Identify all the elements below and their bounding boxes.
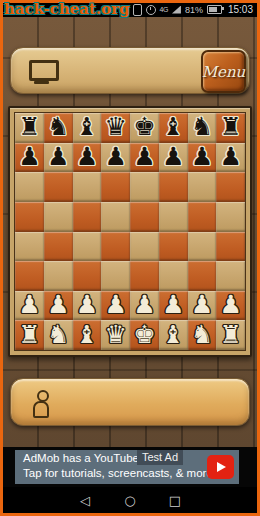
- square-h6[interactable]: [216, 172, 245, 202]
- vibrate-icon: [133, 4, 142, 16]
- piece-white-bishop: ♝: [76, 322, 98, 347]
- square-a5[interactable]: [15, 202, 44, 232]
- square-e2[interactable]: ♟: [130, 291, 159, 321]
- piece-white-pawn: ♟: [191, 292, 213, 317]
- square-e3[interactable]: [130, 261, 159, 291]
- square-f6[interactable]: [159, 172, 188, 202]
- square-d7[interactable]: ♟: [101, 143, 130, 173]
- piece-white-pawn: ♟: [162, 292, 184, 317]
- square-b2[interactable]: ♟: [44, 291, 73, 321]
- square-f3[interactable]: [159, 261, 188, 291]
- piece-white-queen: ♛: [104, 322, 126, 347]
- menu-button[interactable]: Menu: [201, 50, 246, 93]
- square-c8[interactable]: ♝: [73, 113, 102, 143]
- test-ad-badge: Test Ad: [137, 450, 183, 465]
- square-c7[interactable]: ♟: [73, 143, 102, 173]
- square-b4[interactable]: [44, 232, 73, 262]
- square-h5[interactable]: [216, 202, 245, 232]
- square-f1[interactable]: ♝: [159, 320, 188, 350]
- square-c4[interactable]: [73, 232, 102, 262]
- piece-black-pawn: ♟: [133, 144, 155, 169]
- piece-white-rook: ♜: [18, 322, 40, 347]
- square-d3[interactable]: [101, 261, 130, 291]
- square-b7[interactable]: ♟: [44, 143, 73, 173]
- ad-text-line2: Tap for tutorials, screencasts, & more.: [23, 467, 216, 479]
- menu-button-label: Menu: [202, 63, 246, 81]
- piece-white-pawn: ♟: [104, 292, 126, 317]
- piece-white-knight: ♞: [191, 322, 213, 347]
- square-e7[interactable]: ♟: [130, 143, 159, 173]
- signal-strength-icon: [172, 6, 181, 14]
- piece-black-pawn: ♟: [219, 144, 241, 169]
- piece-white-knight: ♞: [47, 322, 69, 347]
- battery-percent-label: 81%: [185, 5, 203, 15]
- piece-black-pawn: ♟: [191, 144, 213, 169]
- square-h3[interactable]: [216, 261, 245, 291]
- square-b6[interactable]: [44, 172, 73, 202]
- piece-white-pawn: ♟: [76, 292, 98, 317]
- piece-black-pawn: ♟: [47, 144, 69, 169]
- square-a2[interactable]: ♟: [15, 291, 44, 321]
- square-a8[interactable]: ♜: [15, 113, 44, 143]
- chess-board: ♜♞♝♛♚♝♞♜♟♟♟♟♟♟♟♟♟♟♟♟♟♟♟♟♜♞♝♛♚♝♞♜: [8, 106, 252, 357]
- square-d8[interactable]: ♛: [101, 113, 130, 143]
- square-f5[interactable]: [159, 202, 188, 232]
- square-g8[interactable]: ♞: [188, 113, 217, 143]
- piece-white-pawn: ♟: [219, 292, 241, 317]
- piece-black-king: ♚: [133, 114, 155, 139]
- piece-white-bishop: ♝: [162, 322, 184, 347]
- chess-board-grid: ♜♞♝♛♚♝♞♜♟♟♟♟♟♟♟♟♟♟♟♟♟♟♟♟♜♞♝♛♚♝♞♜: [14, 112, 246, 351]
- computer-icon: [29, 60, 55, 84]
- piece-black-bishop: ♝: [76, 114, 98, 139]
- square-g1[interactable]: ♞: [188, 320, 217, 350]
- square-e6[interactable]: [130, 172, 159, 202]
- piece-white-king: ♚: [133, 322, 155, 347]
- square-f8[interactable]: ♝: [159, 113, 188, 143]
- piece-white-rook: ♜: [219, 322, 241, 347]
- square-h2[interactable]: ♟: [216, 291, 245, 321]
- square-c3[interactable]: [73, 261, 102, 291]
- youtube-play-button[interactable]: [207, 455, 234, 479]
- square-e5[interactable]: [130, 202, 159, 232]
- square-h1[interactable]: ♜: [216, 320, 245, 350]
- back-button-icon[interactable]: ◁: [78, 493, 93, 508]
- square-c1[interactable]: ♝: [73, 320, 102, 350]
- android-nav-bar: ◁ ○ □: [3, 487, 257, 513]
- square-a6[interactable]: [15, 172, 44, 202]
- piece-black-pawn: ♟: [162, 144, 184, 169]
- square-c6[interactable]: [73, 172, 102, 202]
- square-b1[interactable]: ♞: [44, 320, 73, 350]
- player-panel: [10, 378, 250, 426]
- ad-banner[interactable]: AdMob has a YouTube series! Tap for tuto…: [15, 450, 239, 484]
- piece-black-pawn: ♟: [18, 144, 40, 169]
- square-e1[interactable]: ♚: [130, 320, 159, 350]
- piece-white-pawn: ♟: [133, 292, 155, 317]
- square-e4[interactable]: [130, 232, 159, 262]
- square-h4[interactable]: [216, 232, 245, 262]
- square-c5[interactable]: [73, 202, 102, 232]
- square-b5[interactable]: [44, 202, 73, 232]
- square-g2[interactable]: ♟: [188, 291, 217, 321]
- piece-white-pawn: ♟: [47, 292, 69, 317]
- square-c2[interactable]: ♟: [73, 291, 102, 321]
- computer-icon-base: [34, 81, 49, 84]
- home-button-icon[interactable]: ○: [123, 493, 138, 508]
- square-g4[interactable]: [188, 232, 217, 262]
- square-f4[interactable]: [159, 232, 188, 262]
- square-d4[interactable]: [101, 232, 130, 262]
- square-a7[interactable]: ♟: [15, 143, 44, 173]
- square-d1[interactable]: ♛: [101, 320, 130, 350]
- square-b3[interactable]: [44, 261, 73, 291]
- square-d2[interactable]: ♟: [101, 291, 130, 321]
- opponent-panel: Menu: [10, 47, 250, 94]
- clock-label: 15:03: [228, 4, 253, 15]
- recents-button-icon[interactable]: □: [168, 493, 183, 508]
- piece-black-pawn: ♟: [104, 144, 126, 169]
- square-g5[interactable]: [188, 202, 217, 232]
- watermark-text: hack-cheat.org: [4, 0, 130, 18]
- square-f2[interactable]: ♟: [159, 291, 188, 321]
- square-a1[interactable]: ♜: [15, 320, 44, 350]
- square-b8[interactable]: ♞: [44, 113, 73, 143]
- square-h7[interactable]: ♟: [216, 143, 245, 173]
- network-type-label: 4G: [160, 6, 168, 13]
- player-icon: [33, 390, 53, 418]
- piece-black-knight: ♞: [47, 114, 69, 139]
- piece-white-pawn: ♟: [18, 292, 40, 317]
- player-icon-body: [33, 401, 49, 418]
- square-g6[interactable]: [188, 172, 217, 202]
- play-icon: [217, 462, 226, 472]
- alarm-icon: [146, 5, 156, 15]
- square-d6[interactable]: [101, 172, 130, 202]
- square-d5[interactable]: [101, 202, 130, 232]
- square-a4[interactable]: [15, 232, 44, 262]
- square-f7[interactable]: ♟: [159, 143, 188, 173]
- piece-black-rook: ♜: [18, 114, 40, 139]
- piece-black-pawn: ♟: [76, 144, 98, 169]
- battery-icon: [207, 5, 222, 14]
- piece-black-bishop: ♝: [162, 114, 184, 139]
- square-h8[interactable]: ♜: [216, 113, 245, 143]
- square-a3[interactable]: [15, 261, 44, 291]
- piece-black-rook: ♜: [219, 114, 241, 139]
- square-g3[interactable]: [188, 261, 217, 291]
- ad-strip: AdMob has a YouTube series! Tap for tuto…: [3, 447, 257, 487]
- computer-icon-screen: [29, 60, 59, 81]
- piece-black-knight: ♞: [191, 114, 213, 139]
- square-g7[interactable]: ♟: [188, 143, 217, 173]
- square-e8[interactable]: ♚: [130, 113, 159, 143]
- piece-black-queen: ♛: [104, 114, 126, 139]
- phone-screen: LMT 4G 81% 15:03 hack-cheat.org Menu ♜♞♝…: [0, 0, 260, 516]
